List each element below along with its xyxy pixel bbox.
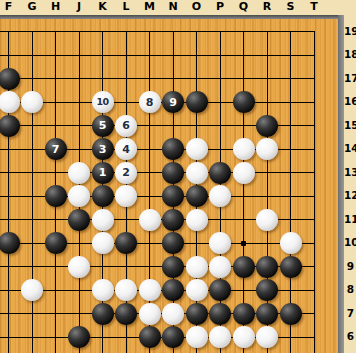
column-labels-strip: FGHJKLMNOPQRST [0,0,356,15]
col-label-S: S [283,0,299,14]
stone-white-J9 [68,256,90,278]
stone-black-P13 [209,162,231,184]
stone-white-O13 [186,162,208,184]
stone-black-K15: 5 [92,115,114,137]
stone-white-M16: 8 [139,91,161,113]
move-number-K16: 10 [96,97,108,107]
stone-white-Q13 [233,162,255,184]
stone-black-N14 [162,138,184,160]
stone-white-G16 [21,91,43,113]
col-label-O: O [189,0,205,14]
stone-white-L12 [115,185,137,207]
col-label-J: J [71,0,87,14]
stone-white-S10 [280,232,302,254]
stone-white-K10 [92,232,114,254]
col-label-L: L [118,0,134,14]
stone-black-J6 [68,326,90,348]
row-label-7: 7 [344,306,356,321]
stone-black-P7 [209,303,231,325]
stone-black-F10 [0,232,20,254]
stone-white-O11 [186,209,208,231]
stone-black-F17 [0,68,20,90]
stone-black-N9 [162,256,184,278]
stone-black-R7 [256,303,278,325]
board-top-edge-shadow [0,15,344,19]
col-label-M: M [142,0,158,14]
row-label-13: 13 [344,165,356,180]
stone-white-O8 [186,279,208,301]
move-number-L15: 6 [122,120,130,131]
stone-black-K12 [92,185,114,207]
row-label-17: 17 [344,71,356,86]
stone-black-F15 [0,115,20,137]
row-label-16: 16 [344,94,356,109]
row-label-19: 19 [344,24,356,39]
col-label-N: N [165,0,181,14]
go-board-screenshot: 75319106428 FGHJKLMNOPQRST 1918171615141… [0,0,356,353]
stone-white-L15: 6 [115,115,137,137]
stone-white-O6 [186,326,208,348]
stone-black-K14: 3 [92,138,114,160]
stone-white-Q6 [233,326,255,348]
move-number-L13: 2 [122,167,130,178]
move-number-M16: 8 [146,97,154,108]
stone-white-L8 [115,279,137,301]
stone-black-Q9 [233,256,255,278]
stone-white-L13: 2 [115,162,137,184]
stone-black-K7 [92,303,114,325]
stone-white-O9 [186,256,208,278]
move-number-K15: 5 [99,120,107,131]
move-number-H14: 7 [52,144,60,155]
stone-black-R8 [256,279,278,301]
grid-line-col-T [314,32,315,353]
row-label-11: 11 [344,212,356,227]
stone-black-L7 [115,303,137,325]
col-label-K: K [95,0,111,14]
stone-white-M8 [139,279,161,301]
stone-black-O16 [186,91,208,113]
move-number-K13: 1 [99,167,107,178]
stone-white-K8 [92,279,114,301]
stone-black-N13 [162,162,184,184]
stone-black-S7 [280,303,302,325]
stone-white-P10 [209,232,231,254]
stone-white-P12 [209,185,231,207]
move-number-L14: 4 [122,144,130,155]
stone-white-L14: 4 [115,138,137,160]
stone-black-N8 [162,279,184,301]
stone-white-K16: 10 [92,91,114,113]
stone-white-R6 [256,326,278,348]
stone-white-J12 [68,185,90,207]
stone-white-P9 [209,256,231,278]
stone-black-L10 [115,232,137,254]
go-board[interactable]: 75319106428 [0,15,338,353]
row-labels-strip: 191817161514131211109876 [344,0,356,353]
stone-white-N7 [162,303,184,325]
stone-white-M7 [139,303,161,325]
row-label-14: 14 [344,141,356,156]
grid-line-row-18 [0,55,315,56]
col-label-T: T [306,0,322,14]
col-label-H: H [48,0,64,14]
stone-black-Q16 [233,91,255,113]
row-label-12: 12 [344,188,356,203]
star-point-Q10 [241,241,246,246]
row-label-10: 10 [344,235,356,250]
col-label-R: R [259,0,275,14]
col-label-Q: Q [236,0,252,14]
stone-black-H10 [45,232,67,254]
stone-black-Q7 [233,303,255,325]
row-label-18: 18 [344,47,356,62]
grid-line-row-17 [0,78,315,79]
stone-black-N16: 9 [162,91,184,113]
move-number-N16: 9 [169,97,177,108]
stone-black-J11 [68,209,90,231]
stone-black-N10 [162,232,184,254]
row-label-15: 15 [344,118,356,133]
stone-black-O12 [186,185,208,207]
grid-line-row-19 [0,31,315,32]
stone-black-N12 [162,185,184,207]
stone-white-J13 [68,162,90,184]
row-label-8: 8 [344,282,356,297]
stone-black-O7 [186,303,208,325]
stone-black-H12 [45,185,67,207]
stone-white-K11 [92,209,114,231]
stone-black-P8 [209,279,231,301]
move-number-K14: 3 [99,144,107,155]
grid-line-col-G [32,32,33,353]
stone-white-O14 [186,138,208,160]
stone-white-G8 [21,279,43,301]
col-label-G: G [24,0,40,14]
stone-black-K13: 1 [92,162,114,184]
stone-black-R9 [256,256,278,278]
stone-white-R11 [256,209,278,231]
stone-white-P6 [209,326,231,348]
col-label-F: F [1,0,17,14]
stone-white-M11 [139,209,161,231]
stone-white-R14 [256,138,278,160]
col-label-P: P [212,0,228,14]
stone-black-M6 [139,326,161,348]
stone-white-Q14 [233,138,255,160]
stone-white-F16 [0,91,20,113]
stone-black-H14: 7 [45,138,67,160]
grid-line-row-13 [0,172,315,173]
row-label-6: 6 [344,329,356,344]
stone-black-N6 [162,326,184,348]
row-label-9: 9 [344,259,356,274]
stone-black-R15 [256,115,278,137]
stone-black-S9 [280,256,302,278]
stone-black-N11 [162,209,184,231]
